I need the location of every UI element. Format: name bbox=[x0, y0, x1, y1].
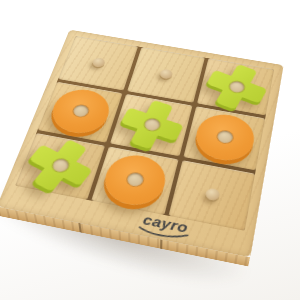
peg bbox=[205, 187, 221, 201]
disc-piece[interactable] bbox=[99, 151, 171, 210]
board-cell-r3c1[interactable] bbox=[15, 133, 105, 200]
board-cell-r2c1[interactable] bbox=[38, 82, 122, 142]
disc-piece[interactable] bbox=[192, 111, 258, 166]
peg-hole bbox=[71, 104, 89, 118]
board-cell-r2c2[interactable] bbox=[110, 94, 193, 156]
board-cell-r1c3[interactable] bbox=[197, 58, 274, 115]
cross-shape bbox=[17, 132, 104, 201]
board-cell-r3c3[interactable] bbox=[169, 160, 255, 231]
cross-piece[interactable] bbox=[198, 58, 274, 116]
cross-shape bbox=[112, 94, 190, 155]
cross-bar-horizontal bbox=[29, 145, 93, 187]
product-photo-scene: cayro bbox=[0, 0, 300, 300]
board: cayro bbox=[0, 30, 284, 258]
brand-logo-text: cayro bbox=[131, 210, 201, 237]
cross-piece[interactable] bbox=[17, 132, 104, 201]
peg-hole bbox=[50, 157, 72, 174]
peg bbox=[91, 57, 106, 68]
board-cell-r3c2[interactable] bbox=[91, 146, 179, 215]
cross-shape bbox=[198, 58, 274, 116]
cross-bar-vertical bbox=[33, 139, 87, 192]
peg-hole bbox=[126, 172, 145, 188]
board-cell-r1c1[interactable] bbox=[58, 36, 138, 91]
disc-piece[interactable] bbox=[45, 86, 114, 138]
board-cell-r2c3[interactable] bbox=[184, 107, 265, 171]
cross-piece[interactable] bbox=[112, 94, 190, 155]
peg bbox=[159, 69, 174, 80]
board-grid bbox=[15, 36, 274, 231]
peg-hole bbox=[216, 130, 233, 144]
